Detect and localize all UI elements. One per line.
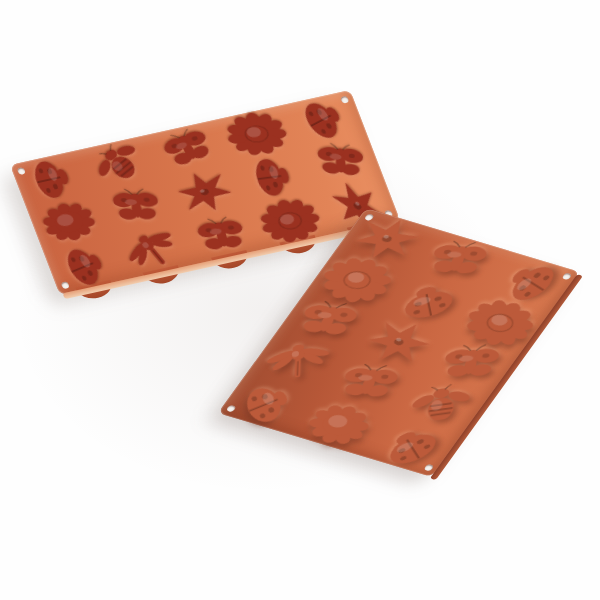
product-photo-stage: [0, 0, 600, 600]
